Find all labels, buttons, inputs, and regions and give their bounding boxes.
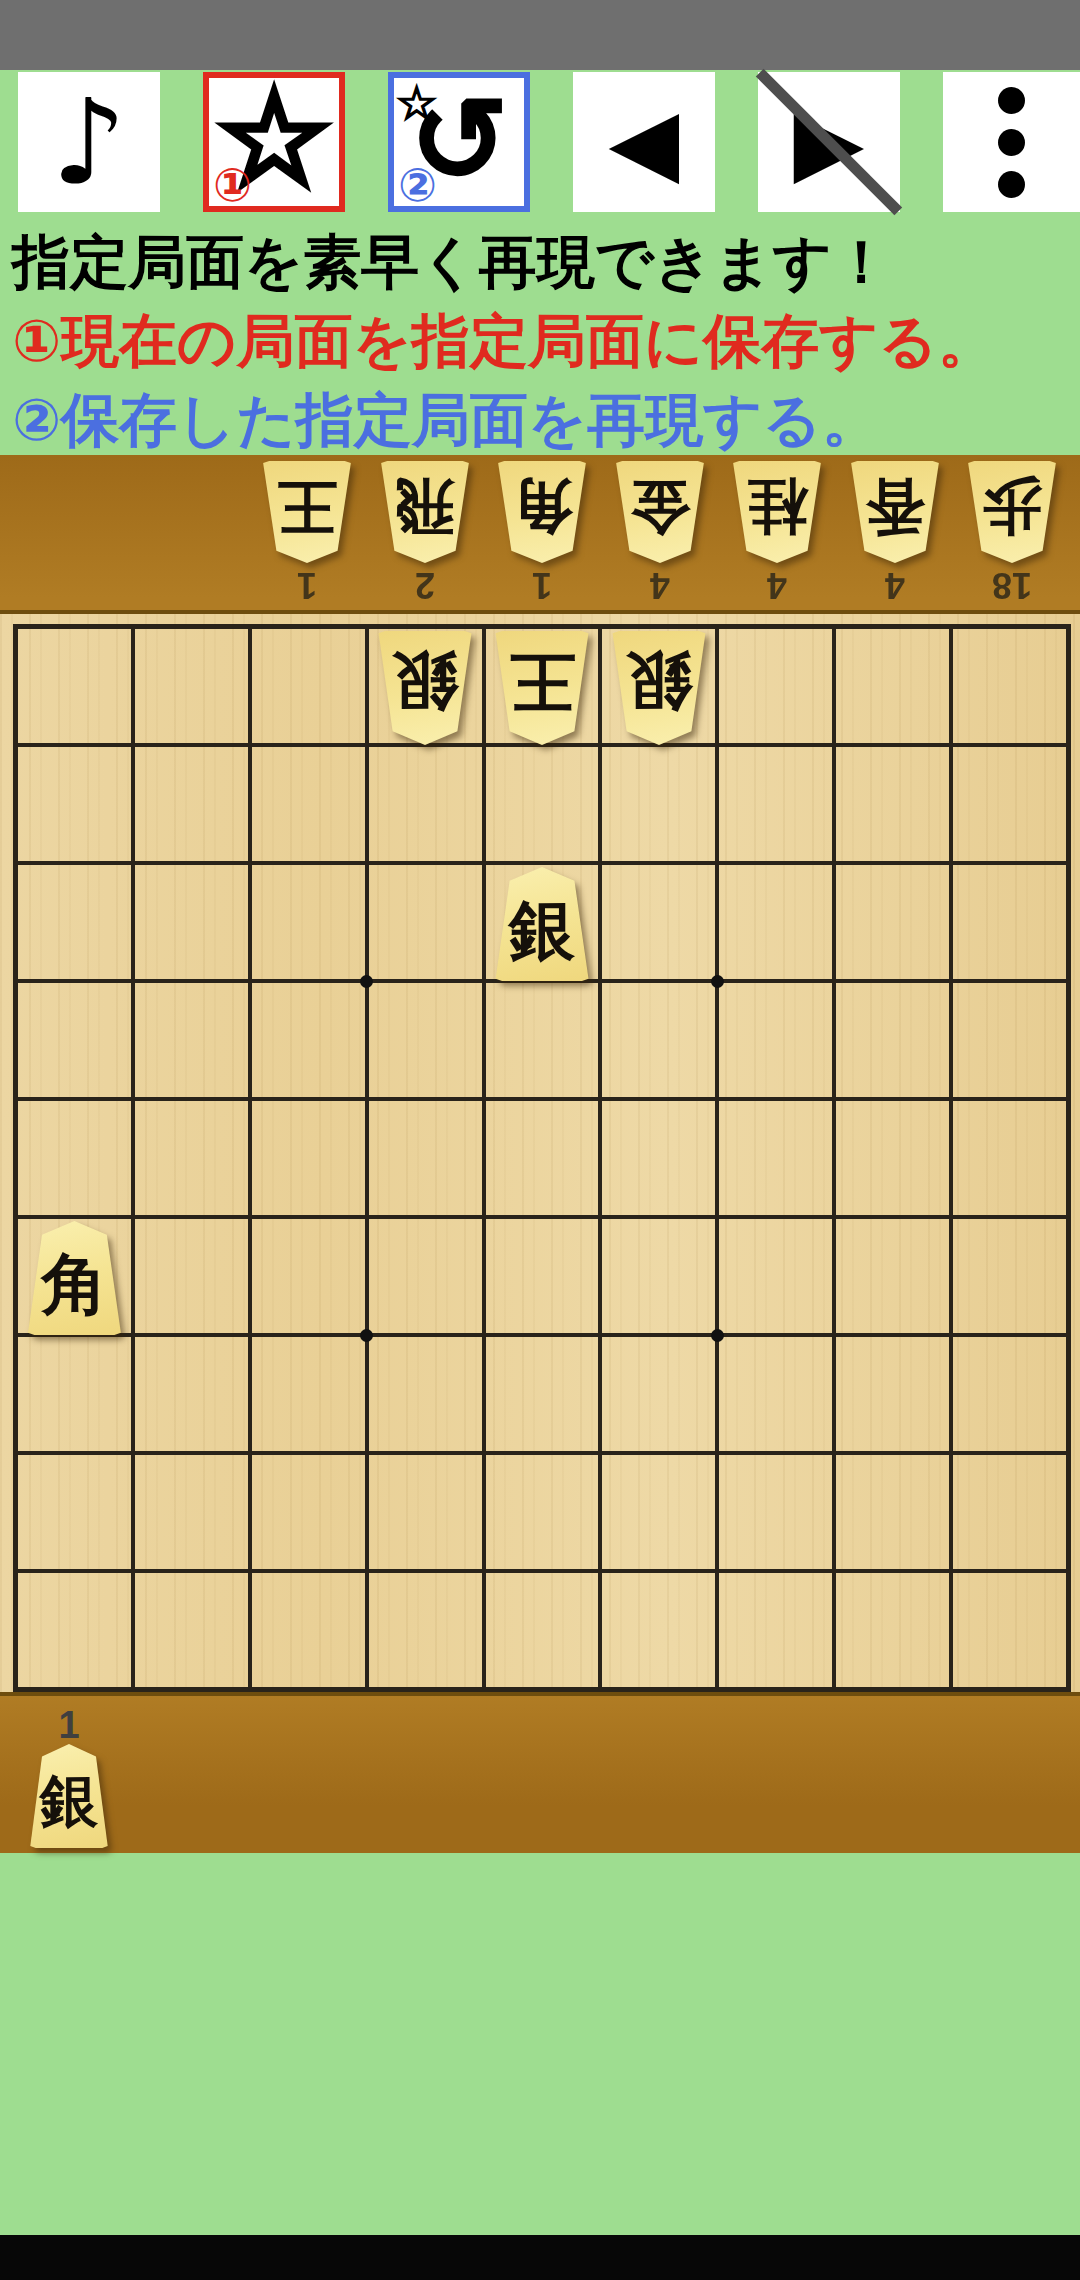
board-square-4-3[interactable] [600,863,717,981]
sente-hand-tray: 1銀 [0,1692,1080,1853]
koma-kanji: 王 [509,648,575,714]
board-square-3-4[interactable] [717,981,834,1099]
board-square-7-9[interactable] [250,1571,367,1689]
board-square-3-8[interactable] [717,1453,834,1571]
board-square-3-7[interactable] [717,1335,834,1453]
board-square-9-9[interactable] [16,1571,133,1689]
board-square-2-7[interactable] [834,1335,951,1453]
board-grid [13,624,1071,1692]
koma-gote-gold[interactable]: 金 [609,461,711,563]
board-square-1-8[interactable] [951,1453,1068,1571]
gote-hand-count-gold: 4 [609,567,711,603]
board-square-2-2[interactable] [834,745,951,863]
board-square-9-2[interactable] [16,745,133,863]
board-square-6-3[interactable] [367,863,484,981]
board-square-8-1[interactable] [133,627,250,745]
board-square-5-5[interactable] [484,1099,601,1217]
board-square-1-2[interactable] [951,745,1068,863]
board-square-2-9[interactable] [834,1571,951,1689]
board-square-4-8[interactable] [600,1453,717,1571]
board-square-9-3[interactable] [16,863,133,981]
gote-hand-count-king: 1 [256,567,358,603]
koma-gote-rook[interactable]: 飛 [374,461,476,563]
left-arrow-icon: ◀ [609,96,680,188]
board-square-4-6[interactable] [600,1217,717,1335]
gote-hand-count-lance: 4 [844,567,946,603]
board-square-3-3[interactable] [717,863,834,981]
gote-hand-count-rook: 2 [374,567,476,603]
gote-hand-count-pawn: 18 [961,567,1063,603]
board-square-2-8[interactable] [834,1453,951,1571]
board-square-4-7[interactable] [600,1335,717,1453]
board-square-9-1[interactable] [16,627,133,745]
board-square-4-5[interactable] [600,1099,717,1217]
save-position-button[interactable]: ☆ ① [203,72,345,212]
hoshi-dot [360,975,373,988]
board-square-8-2[interactable] [133,745,250,863]
hint-line-2: ①現在の局面を指定局面に保存する。 [12,301,1080,380]
hoshi-dot [711,975,724,988]
board-square-4-4[interactable] [600,981,717,1099]
music-note-icon: ♪ [51,83,126,201]
board-square-1-4[interactable] [951,981,1068,1099]
koma-kanji: 銀 [509,898,575,964]
board-square-8-8[interactable] [133,1453,250,1571]
board-square-1-3[interactable] [951,863,1068,981]
koma-gote-knight[interactable]: 桂 [726,461,828,563]
koma-kanji: 銀 [392,648,458,714]
board-square-4-2[interactable] [600,745,717,863]
koma-kanji: 角 [41,1252,107,1318]
koma-sente-silver[interactable]: 銀 [24,1744,114,1848]
gote-hand-count-bishop: 1 [491,567,593,603]
board-square-1-6[interactable] [951,1217,1068,1335]
hint-text: 指定局面を素早く再現できます！ ①現在の局面を指定局面に保存する。 ②保存した指… [12,222,1080,459]
app-screen: ♪ ☆ ① ↺ ☆ ② ◀ ▶ 指定局面を素早く再現できます！ ①現在の局面を指… [0,0,1080,2280]
board-square-5-8[interactable] [484,1453,601,1571]
koma-kanji: 飛 [395,476,455,536]
board-square-7-6[interactable] [250,1217,367,1335]
koma-kanji: 王 [277,476,337,536]
board-square-9-7[interactable] [16,1335,133,1453]
koma-sente-silver[interactable]: 銀 [488,867,596,981]
board-square-3-6[interactable] [717,1217,834,1335]
board-square-2-3[interactable] [834,863,951,981]
board-square-6-9[interactable] [367,1571,484,1689]
shogi-board: 銀王銀銀角 [0,614,1080,1692]
board-square-2-6[interactable] [834,1217,951,1335]
board-square-1-9[interactable] [951,1571,1068,1689]
board-square-9-8[interactable] [16,1453,133,1571]
board-square-7-2[interactable] [250,745,367,863]
koma-kanji: 歩 [982,476,1042,536]
board-square-5-4[interactable] [484,981,601,1099]
board-square-9-5[interactable] [16,1099,133,1217]
board-square-8-9[interactable] [133,1571,250,1689]
board-square-5-9[interactable] [484,1571,601,1689]
board-square-8-6[interactable] [133,1217,250,1335]
board-square-5-2[interactable] [484,745,601,863]
board-square-3-2[interactable] [717,745,834,863]
toolbar: ♪ ☆ ① ↺ ☆ ② ◀ ▶ [0,70,1080,218]
board-square-7-8[interactable] [250,1453,367,1571]
board-square-3-9[interactable] [717,1571,834,1689]
board-square-5-7[interactable] [484,1335,601,1453]
badge-2: ② [398,162,437,208]
board-square-9-4[interactable] [16,981,133,1099]
board-square-3-1[interactable] [717,627,834,745]
board-square-3-5[interactable] [717,1099,834,1217]
koma-kanji: 角 [512,476,572,536]
koma-kanji: 銀 [626,648,692,714]
board-square-6-2[interactable] [367,745,484,863]
board-square-8-4[interactable] [133,981,250,1099]
hint-line-3: ②保存した指定局面を再現する。 [12,380,1080,459]
board-square-1-7[interactable] [951,1335,1068,1453]
badge-1: ① [213,162,252,208]
hint-line-1: 指定局面を素早く再現できます！ [12,222,1080,301]
koma-gote-silver[interactable]: 銀 [371,631,479,745]
board-square-2-5[interactable] [834,1099,951,1217]
koma-gote-king[interactable]: 王 [488,631,596,745]
hoshi-dot [360,1329,373,1342]
board-square-7-3[interactable] [250,863,367,981]
board-square-6-6[interactable] [367,1217,484,1335]
koma-gote-pawn[interactable]: 歩 [961,461,1063,563]
board-square-7-7[interactable] [250,1335,367,1453]
sente-hand-count-silver: 1 [24,1706,114,1744]
board-square-7-1[interactable] [250,627,367,745]
koma-kanji: 金 [630,476,690,536]
koma-sente-bishop[interactable]: 角 [20,1221,128,1335]
koma-gote-silver[interactable]: 銀 [605,631,713,745]
gote-hand-count-knight: 4 [726,567,828,603]
gote-hand-tray: 王1飛2角1金4桂4香4歩18 [0,455,1080,614]
board-square-6-7[interactable] [367,1335,484,1453]
koma-gote-bishop[interactable]: 角 [491,461,593,563]
board-square-2-4[interactable] [834,981,951,1099]
board-square-7-5[interactable] [250,1099,367,1217]
board-square-1-1[interactable] [951,627,1068,745]
koma-kanji: 香 [865,476,925,536]
board-square-8-3[interactable] [133,863,250,981]
koma-kanji: 銀 [40,1773,98,1831]
board-square-6-4[interactable] [367,981,484,1099]
back-button[interactable]: ◀ [573,72,715,212]
nav-bar [0,2235,1080,2280]
menu-button[interactable] [943,72,1080,212]
koma-gote-lance[interactable]: 香 [844,461,946,563]
restore-position-button[interactable]: ↺ ☆ ② [388,72,530,212]
board-square-1-5[interactable] [951,1099,1068,1217]
small-star-icon: ☆ [396,76,437,130]
forward-button[interactable]: ▶ [758,72,900,212]
koma-kanji: 桂 [747,476,807,536]
kebab-menu-icon [998,87,1025,198]
board-square-2-1[interactable] [834,627,951,745]
board-square-8-7[interactable] [133,1335,250,1453]
board-square-6-5[interactable] [367,1099,484,1217]
board-square-7-4[interactable] [250,981,367,1099]
music-button[interactable]: ♪ [18,72,160,212]
board-square-8-5[interactable] [133,1099,250,1217]
board-square-4-9[interactable] [600,1571,717,1689]
koma-gote-king[interactable]: 王 [256,461,358,563]
board-square-6-8[interactable] [367,1453,484,1571]
board-square-5-6[interactable] [484,1217,601,1335]
status-bar [0,0,1080,70]
hoshi-dot [711,1329,724,1342]
